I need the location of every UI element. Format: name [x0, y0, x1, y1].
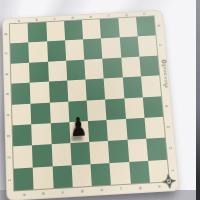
square-f1 — [110, 162, 131, 185]
brand-text: PROCHESS — [162, 64, 169, 88]
emblem-arm-icon — [168, 180, 170, 182]
square-g2 — [127, 139, 148, 162]
square-g7 — [119, 37, 139, 58]
square-e7 — [83, 39, 102, 60]
coord-label: 1 — [0, 176, 21, 183]
square-c8 — [46, 21, 65, 41]
square-g8 — [118, 17, 138, 37]
square-g1 — [129, 161, 150, 184]
square-d2 — [70, 142, 90, 165]
coord-label: 3 — [0, 133, 20, 140]
scene: abcdefgh abcdefgh 87654321 87654321 PROC… — [0, 0, 200, 200]
square-f5 — [104, 78, 124, 100]
square-b6 — [29, 62, 48, 83]
coord-label: b — [34, 191, 54, 197]
square-f7 — [101, 38, 121, 59]
square-g3 — [125, 118, 146, 140]
square-b8 — [28, 22, 47, 42]
square-c1 — [52, 165, 72, 188]
square-e6 — [84, 58, 104, 79]
mat-border: abcdefgh abcdefgh 87654321 87654321 PROC… — [2, 10, 180, 200]
square-e4 — [87, 99, 107, 121]
table-edge-shadow — [196, 0, 200, 200]
square-d8 — [64, 20, 83, 40]
coord-label: f — [111, 186, 131, 192]
square-e3 — [88, 120, 108, 142]
square-f4 — [105, 98, 125, 120]
square-b1 — [33, 166, 53, 189]
square-b4 — [31, 102, 51, 124]
coord-label: a — [14, 192, 34, 198]
square-d5 — [67, 80, 87, 102]
chessboard-grid: ♟ — [10, 16, 169, 190]
coord-label: c — [53, 190, 73, 196]
square-c3 — [50, 122, 70, 144]
corner-emblem-icon: ♟♟♟♟ — [160, 173, 178, 190]
coord-label: 6 — [0, 71, 18, 78]
square-c5 — [48, 81, 68, 103]
square-d3: ♟ — [69, 121, 89, 143]
coord-label: 4 — [156, 103, 178, 110]
square-f8 — [100, 18, 119, 38]
square-f2 — [108, 140, 129, 163]
square-e5 — [85, 79, 105, 101]
coord-label: e — [92, 187, 112, 193]
square-g5 — [122, 77, 142, 98]
square-c2 — [51, 143, 71, 166]
square-f3 — [107, 119, 127, 141]
square-c6 — [48, 61, 67, 82]
square-b3 — [31, 123, 51, 145]
square-c4 — [49, 101, 69, 123]
square-b7 — [29, 42, 48, 63]
square-e1 — [90, 163, 111, 186]
black-pawn: ♟ — [70, 114, 88, 140]
chessboard-mat: abcdefgh abcdefgh 87654321 87654321 PROC… — [2, 10, 180, 200]
square-g4 — [124, 97, 144, 119]
square-b2 — [32, 144, 52, 167]
square-c7 — [47, 41, 66, 62]
coord-label: 3 — [158, 123, 180, 130]
brand-logo-icon — [162, 59, 167, 63]
square-f6 — [103, 57, 123, 78]
square-g6 — [121, 56, 141, 77]
coord-label: 4 — [0, 112, 19, 119]
square-d1 — [71, 164, 91, 187]
square-e2 — [89, 141, 109, 164]
square-d7 — [65, 40, 84, 61]
square-e8 — [82, 19, 101, 39]
square-d6 — [66, 59, 86, 80]
coord-label: g — [131, 185, 151, 191]
square-b5 — [30, 82, 49, 104]
coord-label: d — [73, 188, 93, 194]
